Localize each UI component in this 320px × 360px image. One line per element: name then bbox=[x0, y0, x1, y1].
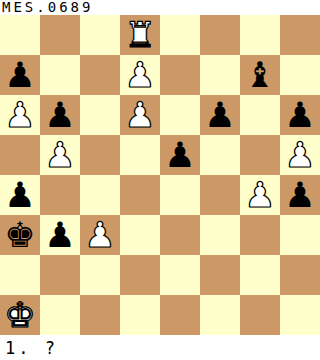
square-b6[interactable]: ♟ bbox=[40, 95, 80, 135]
square-g3[interactable] bbox=[240, 215, 280, 255]
square-e3[interactable] bbox=[160, 215, 200, 255]
square-e5[interactable]: ♟ bbox=[160, 135, 200, 175]
square-a3[interactable]: ♚ bbox=[0, 215, 40, 255]
square-g8[interactable] bbox=[240, 15, 280, 55]
square-e8[interactable] bbox=[160, 15, 200, 55]
square-a6[interactable]: ♟ bbox=[0, 95, 40, 135]
square-f5[interactable] bbox=[200, 135, 240, 175]
square-g7[interactable]: ♝ bbox=[240, 55, 280, 95]
square-b3[interactable]: ♟ bbox=[40, 215, 80, 255]
chess-puzzle-screen: MES.0689 ♜♟♟♝♟♟♟♟♟♟♟♟♟♟♟♚♟♟♚ 1. ? bbox=[0, 0, 320, 360]
square-a2[interactable] bbox=[0, 255, 40, 295]
square-a5[interactable] bbox=[0, 135, 40, 175]
square-h6[interactable]: ♟ bbox=[280, 95, 320, 135]
square-d8[interactable]: ♜ bbox=[120, 15, 160, 55]
black-king-a3: ♚ bbox=[4, 215, 35, 255]
square-f6[interactable]: ♟ bbox=[200, 95, 240, 135]
square-f4[interactable] bbox=[200, 175, 240, 215]
square-g4[interactable]: ♟ bbox=[240, 175, 280, 215]
square-a4[interactable]: ♟ bbox=[0, 175, 40, 215]
square-d7[interactable]: ♟ bbox=[120, 55, 160, 95]
square-c5[interactable] bbox=[80, 135, 120, 175]
square-c8[interactable] bbox=[80, 15, 120, 55]
square-c6[interactable] bbox=[80, 95, 120, 135]
square-d5[interactable] bbox=[120, 135, 160, 175]
black-pawn-a4: ♟ bbox=[4, 175, 35, 215]
square-f3[interactable] bbox=[200, 215, 240, 255]
black-pawn-a7: ♟ bbox=[4, 55, 35, 95]
square-g6[interactable] bbox=[240, 95, 280, 135]
white-pawn-d6: ♟ bbox=[124, 95, 155, 135]
move-prompt: 1. ? bbox=[0, 335, 320, 360]
square-g5[interactable] bbox=[240, 135, 280, 175]
white-pawn-c3: ♟ bbox=[84, 215, 115, 255]
square-b1[interactable] bbox=[40, 295, 80, 335]
square-f7[interactable] bbox=[200, 55, 240, 95]
square-h5[interactable]: ♟ bbox=[280, 135, 320, 175]
square-e6[interactable] bbox=[160, 95, 200, 135]
square-g2[interactable] bbox=[240, 255, 280, 295]
square-c1[interactable] bbox=[80, 295, 120, 335]
square-h3[interactable] bbox=[280, 215, 320, 255]
square-d4[interactable] bbox=[120, 175, 160, 215]
square-f1[interactable] bbox=[200, 295, 240, 335]
square-d2[interactable] bbox=[120, 255, 160, 295]
square-h8[interactable] bbox=[280, 15, 320, 55]
square-e1[interactable] bbox=[160, 295, 200, 335]
square-f8[interactable] bbox=[200, 15, 240, 55]
black-pawn-h6: ♟ bbox=[284, 95, 315, 135]
black-bishop-g7: ♝ bbox=[244, 55, 275, 95]
square-c2[interactable] bbox=[80, 255, 120, 295]
white-rook-d8: ♜ bbox=[124, 15, 155, 55]
square-a8[interactable] bbox=[0, 15, 40, 55]
square-h1[interactable] bbox=[280, 295, 320, 335]
square-c7[interactable] bbox=[80, 55, 120, 95]
chess-board: ♜♟♟♝♟♟♟♟♟♟♟♟♟♟♟♚♟♟♚ bbox=[0, 15, 320, 335]
square-c3[interactable]: ♟ bbox=[80, 215, 120, 255]
white-pawn-b5: ♟ bbox=[44, 135, 75, 175]
square-a7[interactable]: ♟ bbox=[0, 55, 40, 95]
square-c4[interactable] bbox=[80, 175, 120, 215]
black-pawn-b6: ♟ bbox=[44, 95, 75, 135]
white-pawn-g4: ♟ bbox=[244, 175, 275, 215]
square-b5[interactable]: ♟ bbox=[40, 135, 80, 175]
square-e4[interactable] bbox=[160, 175, 200, 215]
square-h2[interactable] bbox=[280, 255, 320, 295]
square-b4[interactable] bbox=[40, 175, 80, 215]
square-e7[interactable] bbox=[160, 55, 200, 95]
square-h4[interactable]: ♟ bbox=[280, 175, 320, 215]
black-pawn-h4: ♟ bbox=[284, 175, 315, 215]
puzzle-id: MES.0689 bbox=[0, 0, 320, 15]
square-b2[interactable] bbox=[40, 255, 80, 295]
black-pawn-b3: ♟ bbox=[44, 215, 75, 255]
square-d1[interactable] bbox=[120, 295, 160, 335]
white-pawn-d7: ♟ bbox=[124, 55, 155, 95]
square-d3[interactable] bbox=[120, 215, 160, 255]
square-d6[interactable]: ♟ bbox=[120, 95, 160, 135]
square-e2[interactable] bbox=[160, 255, 200, 295]
square-f2[interactable] bbox=[200, 255, 240, 295]
white-pawn-h5: ♟ bbox=[284, 135, 315, 175]
square-g1[interactable] bbox=[240, 295, 280, 335]
square-a1[interactable]: ♚ bbox=[0, 295, 40, 335]
square-b7[interactable] bbox=[40, 55, 80, 95]
white-king-a1: ♚ bbox=[4, 295, 35, 335]
black-pawn-f6: ♟ bbox=[204, 95, 235, 135]
black-pawn-e5: ♟ bbox=[164, 135, 195, 175]
square-h7[interactable] bbox=[280, 55, 320, 95]
white-pawn-a6: ♟ bbox=[4, 95, 35, 135]
square-b8[interactable] bbox=[40, 15, 80, 55]
